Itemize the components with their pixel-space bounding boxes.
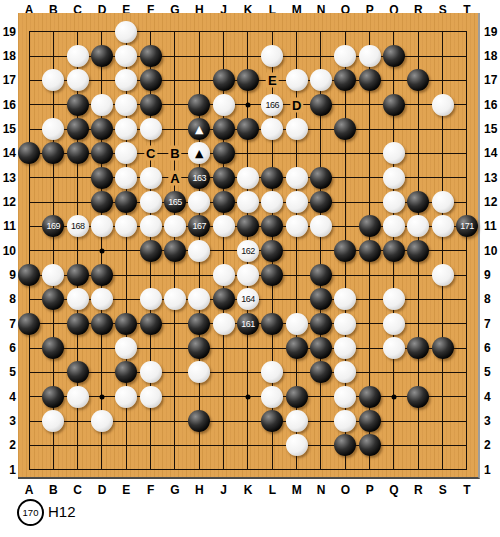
intersection-C1[interactable] — [66, 457, 90, 481]
intersection-O12[interactable] — [333, 190, 357, 214]
intersection-K10[interactable]: 162 — [236, 238, 260, 262]
intersection-E13[interactable] — [114, 166, 138, 190]
intersection-L10[interactable] — [260, 238, 284, 262]
intersection-J8[interactable] — [211, 287, 235, 311]
intersection-O7[interactable] — [333, 311, 357, 335]
intersection-A15[interactable] — [17, 117, 41, 141]
intersection-B1[interactable] — [41, 457, 65, 481]
intersection-S9[interactable] — [430, 263, 454, 287]
intersection-H6[interactable] — [187, 336, 211, 360]
intersection-E6[interactable] — [114, 336, 138, 360]
intersection-D10[interactable] — [90, 238, 114, 262]
intersection-H4[interactable] — [187, 384, 211, 408]
intersection-P15[interactable] — [357, 117, 381, 141]
intersection-L18[interactable] — [260, 44, 284, 68]
intersection-A3[interactable] — [17, 409, 41, 433]
intersection-H5[interactable] — [187, 360, 211, 384]
intersection-J2[interactable] — [211, 433, 235, 457]
intersection-C2[interactable] — [66, 433, 90, 457]
intersection-J16[interactable] — [211, 93, 235, 117]
intersection-M19[interactable] — [284, 20, 308, 44]
intersection-H8[interactable] — [187, 287, 211, 311]
intersection-D3[interactable] — [90, 409, 114, 433]
intersection-N13[interactable] — [309, 166, 333, 190]
intersection-T16[interactable] — [455, 93, 479, 117]
intersection-H18[interactable] — [187, 44, 211, 68]
intersection-L19[interactable] — [260, 20, 284, 44]
intersection-F13[interactable] — [138, 166, 162, 190]
intersection-R13[interactable] — [406, 166, 430, 190]
intersection-Q15[interactable] — [382, 117, 406, 141]
intersection-C8[interactable] — [66, 287, 90, 311]
intersection-E19[interactable] — [114, 20, 138, 44]
intersection-H11[interactable]: 167 — [187, 214, 211, 238]
intersection-D14[interactable] — [90, 141, 114, 165]
intersection-P10[interactable] — [357, 238, 381, 262]
intersection-F17[interactable] — [138, 68, 162, 92]
intersection-M1[interactable] — [284, 457, 308, 481]
intersection-D7[interactable] — [90, 311, 114, 335]
intersection-A2[interactable] — [17, 433, 41, 457]
intersection-C13[interactable] — [66, 166, 90, 190]
intersection-O8[interactable] — [333, 287, 357, 311]
intersection-K18[interactable] — [236, 44, 260, 68]
intersection-O17[interactable] — [333, 68, 357, 92]
intersection-B8[interactable] — [41, 287, 65, 311]
intersection-L4[interactable] — [260, 384, 284, 408]
intersection-F14[interactable]: C — [138, 141, 162, 165]
intersection-M13[interactable] — [284, 166, 308, 190]
intersection-B10[interactable] — [41, 238, 65, 262]
intersection-F5[interactable] — [138, 360, 162, 384]
intersection-F6[interactable] — [138, 336, 162, 360]
intersection-E14[interactable] — [114, 141, 138, 165]
intersection-O9[interactable] — [333, 263, 357, 287]
intersection-F12[interactable] — [138, 190, 162, 214]
intersection-N18[interactable] — [309, 44, 333, 68]
intersection-G14[interactable]: B — [163, 141, 187, 165]
intersection-O15[interactable] — [333, 117, 357, 141]
intersection-S10[interactable] — [430, 238, 454, 262]
intersection-P12[interactable] — [357, 190, 381, 214]
intersection-Q17[interactable] — [382, 68, 406, 92]
intersection-L5[interactable] — [260, 360, 284, 384]
intersection-P6[interactable] — [357, 336, 381, 360]
intersection-S1[interactable] — [430, 457, 454, 481]
intersection-O1[interactable] — [333, 457, 357, 481]
intersection-T2[interactable] — [455, 433, 479, 457]
intersection-G7[interactable] — [163, 311, 187, 335]
intersection-L11[interactable] — [260, 214, 284, 238]
intersection-E11[interactable] — [114, 214, 138, 238]
intersection-P9[interactable] — [357, 263, 381, 287]
intersection-F11[interactable] — [138, 214, 162, 238]
intersection-Q10[interactable] — [382, 238, 406, 262]
intersection-A16[interactable] — [17, 93, 41, 117]
intersection-A4[interactable] — [17, 384, 41, 408]
intersection-J15[interactable] — [211, 117, 235, 141]
intersection-A10[interactable] — [17, 238, 41, 262]
intersection-D1[interactable] — [90, 457, 114, 481]
intersection-E3[interactable] — [114, 409, 138, 433]
intersection-K5[interactable] — [236, 360, 260, 384]
intersection-J12[interactable] — [211, 190, 235, 214]
intersection-D15[interactable] — [90, 117, 114, 141]
intersection-G4[interactable] — [163, 384, 187, 408]
intersection-R9[interactable] — [406, 263, 430, 287]
intersection-G12[interactable]: 165 — [163, 190, 187, 214]
intersection-J1[interactable] — [211, 457, 235, 481]
intersection-S6[interactable] — [430, 336, 454, 360]
intersection-K6[interactable] — [236, 336, 260, 360]
intersection-M6[interactable] — [284, 336, 308, 360]
intersection-G18[interactable] — [163, 44, 187, 68]
intersection-J6[interactable] — [211, 336, 235, 360]
intersection-E2[interactable] — [114, 433, 138, 457]
intersection-F18[interactable] — [138, 44, 162, 68]
intersection-G10[interactable] — [163, 238, 187, 262]
intersection-G17[interactable] — [163, 68, 187, 92]
intersection-R7[interactable] — [406, 311, 430, 335]
intersection-T7[interactable] — [455, 311, 479, 335]
intersection-S2[interactable] — [430, 433, 454, 457]
intersection-T12[interactable] — [455, 190, 479, 214]
intersection-R5[interactable] — [406, 360, 430, 384]
intersection-R14[interactable] — [406, 141, 430, 165]
intersection-C10[interactable] — [66, 238, 90, 262]
intersection-O3[interactable] — [333, 409, 357, 433]
intersection-N17[interactable] — [309, 68, 333, 92]
intersection-O10[interactable] — [333, 238, 357, 262]
intersection-K1[interactable] — [236, 457, 260, 481]
intersection-N2[interactable] — [309, 433, 333, 457]
intersection-R8[interactable] — [406, 287, 430, 311]
intersection-M18[interactable] — [284, 44, 308, 68]
intersection-S12[interactable] — [430, 190, 454, 214]
intersection-D17[interactable] — [90, 68, 114, 92]
intersection-C15[interactable] — [66, 117, 90, 141]
intersection-F2[interactable] — [138, 433, 162, 457]
intersection-L16[interactable]: 166 — [260, 93, 284, 117]
intersection-C11[interactable]: 168 — [66, 214, 90, 238]
intersection-P4[interactable] — [357, 384, 381, 408]
intersection-B4[interactable] — [41, 384, 65, 408]
intersection-P17[interactable] — [357, 68, 381, 92]
intersection-S3[interactable] — [430, 409, 454, 433]
intersection-O14[interactable] — [333, 141, 357, 165]
intersection-C3[interactable] — [66, 409, 90, 433]
intersection-M5[interactable] — [284, 360, 308, 384]
intersection-A5[interactable] — [17, 360, 41, 384]
intersection-Q4[interactable] — [382, 384, 406, 408]
intersection-O13[interactable] — [333, 166, 357, 190]
intersection-E16[interactable] — [114, 93, 138, 117]
intersection-E12[interactable] — [114, 190, 138, 214]
intersection-H10[interactable] — [187, 238, 211, 262]
intersection-H17[interactable] — [187, 68, 211, 92]
intersection-R15[interactable] — [406, 117, 430, 141]
intersection-Q5[interactable] — [382, 360, 406, 384]
intersection-Q2[interactable] — [382, 433, 406, 457]
intersection-M14[interactable] — [284, 141, 308, 165]
intersection-F7[interactable] — [138, 311, 162, 335]
intersection-N12[interactable] — [309, 190, 333, 214]
intersection-J7[interactable] — [211, 311, 235, 335]
intersection-S4[interactable] — [430, 384, 454, 408]
intersection-H16[interactable] — [187, 93, 211, 117]
intersection-A11[interactable] — [17, 214, 41, 238]
intersection-L7[interactable] — [260, 311, 284, 335]
intersection-C5[interactable] — [66, 360, 90, 384]
intersection-T10[interactable] — [455, 238, 479, 262]
intersection-D9[interactable] — [90, 263, 114, 287]
intersection-K15[interactable] — [236, 117, 260, 141]
intersection-K17[interactable] — [236, 68, 260, 92]
intersection-M17[interactable] — [284, 68, 308, 92]
intersection-K8[interactable]: 164 — [236, 287, 260, 311]
intersection-B18[interactable] — [41, 44, 65, 68]
intersection-A12[interactable] — [17, 190, 41, 214]
intersection-G13[interactable]: A — [163, 166, 187, 190]
intersection-B5[interactable] — [41, 360, 65, 384]
intersection-P13[interactable] — [357, 166, 381, 190]
intersection-M10[interactable] — [284, 238, 308, 262]
intersection-M3[interactable] — [284, 409, 308, 433]
intersection-K7[interactable]: 161 — [236, 311, 260, 335]
intersection-P7[interactable] — [357, 311, 381, 335]
intersection-J14[interactable] — [211, 141, 235, 165]
intersection-C12[interactable] — [66, 190, 90, 214]
intersection-T5[interactable] — [455, 360, 479, 384]
intersection-K19[interactable] — [236, 20, 260, 44]
intersection-D8[interactable] — [90, 287, 114, 311]
intersection-M15[interactable] — [284, 117, 308, 141]
intersection-D19[interactable] — [90, 20, 114, 44]
intersection-O19[interactable] — [333, 20, 357, 44]
intersection-N15[interactable] — [309, 117, 333, 141]
intersection-F3[interactable] — [138, 409, 162, 433]
intersection-H12[interactable] — [187, 190, 211, 214]
intersection-A6[interactable] — [17, 336, 41, 360]
intersection-R4[interactable] — [406, 384, 430, 408]
intersection-L2[interactable] — [260, 433, 284, 457]
intersection-T8[interactable] — [455, 287, 479, 311]
intersection-Q7[interactable] — [382, 311, 406, 335]
intersection-O16[interactable] — [333, 93, 357, 117]
intersection-G11[interactable] — [163, 214, 187, 238]
intersection-Q1[interactable] — [382, 457, 406, 481]
intersection-P1[interactable] — [357, 457, 381, 481]
intersection-C4[interactable] — [66, 384, 90, 408]
intersection-B9[interactable] — [41, 263, 65, 287]
intersection-J18[interactable] — [211, 44, 235, 68]
intersection-A19[interactable] — [17, 20, 41, 44]
intersection-F8[interactable] — [138, 287, 162, 311]
intersection-D11[interactable] — [90, 214, 114, 238]
intersection-E1[interactable] — [114, 457, 138, 481]
intersection-T13[interactable] — [455, 166, 479, 190]
intersection-C6[interactable] — [66, 336, 90, 360]
intersection-N5[interactable] — [309, 360, 333, 384]
intersection-N9[interactable] — [309, 263, 333, 287]
intersection-O11[interactable] — [333, 214, 357, 238]
intersection-K13[interactable] — [236, 166, 260, 190]
intersection-Q19[interactable] — [382, 20, 406, 44]
intersection-N19[interactable] — [309, 20, 333, 44]
intersection-O6[interactable] — [333, 336, 357, 360]
intersection-R6[interactable] — [406, 336, 430, 360]
intersection-G6[interactable] — [163, 336, 187, 360]
intersection-B7[interactable] — [41, 311, 65, 335]
intersection-D12[interactable] — [90, 190, 114, 214]
intersection-E7[interactable] — [114, 311, 138, 335]
intersection-L3[interactable] — [260, 409, 284, 433]
intersection-D6[interactable] — [90, 336, 114, 360]
intersection-F16[interactable] — [138, 93, 162, 117]
intersection-R2[interactable] — [406, 433, 430, 457]
intersection-R10[interactable] — [406, 238, 430, 262]
intersection-C14[interactable] — [66, 141, 90, 165]
intersection-C18[interactable] — [66, 44, 90, 68]
intersection-N4[interactable] — [309, 384, 333, 408]
intersection-T19[interactable] — [455, 20, 479, 44]
intersection-F4[interactable] — [138, 384, 162, 408]
intersection-A1[interactable] — [17, 457, 41, 481]
intersection-C17[interactable] — [66, 68, 90, 92]
intersection-Q6[interactable] — [382, 336, 406, 360]
intersection-R19[interactable] — [406, 20, 430, 44]
intersection-S15[interactable] — [430, 117, 454, 141]
intersection-B6[interactable] — [41, 336, 65, 360]
intersection-C9[interactable] — [66, 263, 90, 287]
intersection-F19[interactable] — [138, 20, 162, 44]
intersection-J4[interactable] — [211, 384, 235, 408]
intersection-L1[interactable] — [260, 457, 284, 481]
intersection-S14[interactable] — [430, 141, 454, 165]
intersection-J3[interactable] — [211, 409, 235, 433]
go-board[interactable]: E166D▲CB▲A163165169168167171162164161 — [18, 13, 480, 479]
intersection-M7[interactable] — [284, 311, 308, 335]
intersection-P14[interactable] — [357, 141, 381, 165]
intersection-P3[interactable] — [357, 409, 381, 433]
intersection-Q3[interactable] — [382, 409, 406, 433]
intersection-T14[interactable] — [455, 141, 479, 165]
intersection-P8[interactable] — [357, 287, 381, 311]
intersection-P11[interactable] — [357, 214, 381, 238]
intersection-K3[interactable] — [236, 409, 260, 433]
intersection-H13[interactable]: 163 — [187, 166, 211, 190]
intersection-G8[interactable] — [163, 287, 187, 311]
intersection-A8[interactable] — [17, 287, 41, 311]
intersection-S16[interactable] — [430, 93, 454, 117]
intersection-H14[interactable]: ▲ — [187, 141, 211, 165]
intersection-J13[interactable] — [211, 166, 235, 190]
intersection-E8[interactable] — [114, 287, 138, 311]
intersection-E18[interactable] — [114, 44, 138, 68]
intersection-B3[interactable] — [41, 409, 65, 433]
intersection-Q8[interactable] — [382, 287, 406, 311]
intersection-H15[interactable]: ▲ — [187, 117, 211, 141]
intersection-J10[interactable] — [211, 238, 235, 262]
intersection-E10[interactable] — [114, 238, 138, 262]
intersection-K11[interactable] — [236, 214, 260, 238]
intersection-O5[interactable] — [333, 360, 357, 384]
intersection-F1[interactable] — [138, 457, 162, 481]
intersection-A9[interactable] — [17, 263, 41, 287]
intersection-Q11[interactable] — [382, 214, 406, 238]
intersection-B11[interactable]: 169 — [41, 214, 65, 238]
intersection-M2[interactable] — [284, 433, 308, 457]
intersection-Q9[interactable] — [382, 263, 406, 287]
intersection-N11[interactable] — [309, 214, 333, 238]
intersection-T1[interactable] — [455, 457, 479, 481]
intersection-N14[interactable] — [309, 141, 333, 165]
intersection-D4[interactable] — [90, 384, 114, 408]
intersection-K14[interactable] — [236, 141, 260, 165]
intersection-E4[interactable] — [114, 384, 138, 408]
intersection-N8[interactable] — [309, 287, 333, 311]
intersection-T18[interactable] — [455, 44, 479, 68]
intersection-E5[interactable] — [114, 360, 138, 384]
intersection-H7[interactable] — [187, 311, 211, 335]
intersection-R1[interactable] — [406, 457, 430, 481]
intersection-R3[interactable] — [406, 409, 430, 433]
intersection-T3[interactable] — [455, 409, 479, 433]
intersection-A17[interactable] — [17, 68, 41, 92]
intersection-O2[interactable] — [333, 433, 357, 457]
intersection-C16[interactable] — [66, 93, 90, 117]
intersection-B17[interactable] — [41, 68, 65, 92]
intersection-L17[interactable]: E — [260, 68, 284, 92]
intersection-B19[interactable] — [41, 20, 65, 44]
intersection-L9[interactable] — [260, 263, 284, 287]
intersection-P16[interactable] — [357, 93, 381, 117]
intersection-E15[interactable] — [114, 117, 138, 141]
intersection-Q16[interactable] — [382, 93, 406, 117]
intersection-N10[interactable] — [309, 238, 333, 262]
intersection-R16[interactable] — [406, 93, 430, 117]
intersection-S11[interactable] — [430, 214, 454, 238]
intersection-B2[interactable] — [41, 433, 65, 457]
intersection-A14[interactable] — [17, 141, 41, 165]
intersection-P5[interactable] — [357, 360, 381, 384]
intersection-S17[interactable] — [430, 68, 454, 92]
intersection-N6[interactable] — [309, 336, 333, 360]
intersection-R18[interactable] — [406, 44, 430, 68]
intersection-A7[interactable] — [17, 311, 41, 335]
intersection-C19[interactable] — [66, 20, 90, 44]
intersection-H1[interactable] — [187, 457, 211, 481]
intersection-K4[interactable] — [236, 384, 260, 408]
intersection-G5[interactable] — [163, 360, 187, 384]
intersection-B14[interactable] — [41, 141, 65, 165]
intersection-P2[interactable] — [357, 433, 381, 457]
intersection-R12[interactable] — [406, 190, 430, 214]
intersection-H3[interactable] — [187, 409, 211, 433]
intersection-B12[interactable] — [41, 190, 65, 214]
intersection-N16[interactable] — [309, 93, 333, 117]
intersection-L14[interactable] — [260, 141, 284, 165]
intersection-O4[interactable] — [333, 384, 357, 408]
intersection-J9[interactable] — [211, 263, 235, 287]
intersection-P18[interactable] — [357, 44, 381, 68]
intersection-J11[interactable] — [211, 214, 235, 238]
intersection-Q12[interactable] — [382, 190, 406, 214]
intersection-K12[interactable] — [236, 190, 260, 214]
intersection-D16[interactable] — [90, 93, 114, 117]
intersection-R11[interactable] — [406, 214, 430, 238]
intersection-J5[interactable] — [211, 360, 235, 384]
